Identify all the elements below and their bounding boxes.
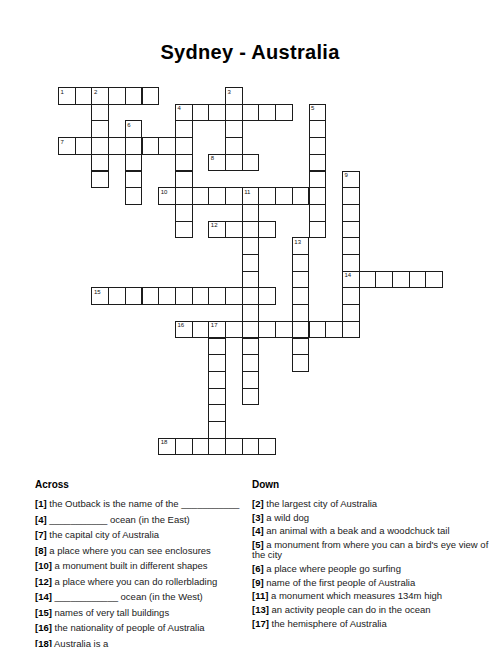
grid-cell-r14c10[interactable]: [225, 321, 243, 339]
clue-text: a monument from where you can a bird's e…: [252, 539, 488, 560]
grid-cell-r7c15[interactable]: [309, 204, 327, 222]
grid-cell-r13c17[interactable]: [342, 304, 360, 322]
grid-cell-r14c16[interactable]: [325, 321, 343, 339]
grid-cell-r12c9[interactable]: [208, 287, 226, 305]
grid-cell-r4c7[interactable]: [175, 154, 193, 172]
grid-cell-r6c17[interactable]: [342, 187, 360, 205]
grid-cell-r1c11[interactable]: [242, 104, 260, 122]
grid-cell-r7c11[interactable]: [242, 204, 260, 222]
grid-cell-r4c15[interactable]: [309, 154, 327, 172]
down-clue: [13] an activity people can do in the oc…: [252, 605, 496, 615]
grid-cell-r21c9[interactable]: [208, 438, 226, 456]
clue-number: [8]: [35, 545, 47, 556]
clue-number: [13]: [252, 604, 269, 615]
grid-cell-r21c8[interactable]: [192, 438, 210, 456]
grid-cell-r14c7[interactable]: 16: [175, 321, 193, 339]
cell-number: 9: [344, 172, 347, 179]
grid-cell-r12c5[interactable]: [142, 287, 160, 305]
grid-cell-r14c9[interactable]: 17: [208, 321, 226, 339]
grid-cell-r5c2[interactable]: [91, 171, 109, 189]
grid-cell-r12c10[interactable]: [225, 287, 243, 305]
clue-text: a wild dog: [264, 512, 309, 523]
grid-cell-r3c7[interactable]: [175, 137, 193, 155]
grid-cell-r21c6[interactable]: 18: [158, 438, 176, 456]
grid-cell-r3c15[interactable]: [309, 137, 327, 155]
grid-cell-r17c9[interactable]: [208, 371, 226, 389]
grid-cell-r1c10[interactable]: [225, 104, 243, 122]
grid-cell-r8c11[interactable]: [242, 221, 260, 239]
down-clue: [4] an animal with a beak and a woodchuc…: [252, 526, 496, 536]
down-clue: [9] name of the first people of Australi…: [252, 578, 496, 588]
grid-cell-r12c3[interactable]: [108, 287, 126, 305]
crossword-grid: 123456789101112131415161718: [58, 87, 444, 457]
across-clue: [15] names of very tall buildings: [35, 608, 251, 624]
clue-number: [4]: [35, 514, 47, 525]
cell-number: 12: [211, 222, 218, 229]
clue-text: the hemisphere of Australia: [269, 618, 387, 629]
grid-cell-r21c7[interactable]: [175, 438, 193, 456]
clue-number: [17]: [252, 618, 269, 629]
grid-cell-r6c8[interactable]: [192, 187, 210, 205]
grid-cell-r18c11[interactable]: [242, 388, 260, 406]
across-clue: [7] the capital city of Australia: [35, 530, 251, 546]
grid-cell-r21c12[interactable]: [258, 438, 276, 456]
cell-number: 18: [161, 439, 168, 446]
grid-cell-r9c11[interactable]: [242, 237, 260, 255]
grid-cell-r10c17[interactable]: [342, 254, 360, 272]
grid-cell-r4c4[interactable]: [125, 154, 143, 172]
grid-cell-r1c2[interactable]: [91, 104, 109, 122]
grid-cell-r3c10[interactable]: [225, 137, 243, 155]
grid-cell-r15c14[interactable]: [292, 338, 310, 356]
down-clue: [6] a place where people go surfing: [252, 564, 496, 574]
cell-number: 8: [211, 155, 214, 162]
cell-number: 11: [244, 189, 250, 196]
grid-cell-r7c7[interactable]: [175, 204, 193, 222]
across-clues-section: Across [1] the Outback is the name of th…: [35, 480, 251, 647]
cell-number: 5: [311, 105, 314, 112]
grid-cell-r9c14[interactable]: 13: [292, 237, 310, 255]
clue-text: an activity people can do in the ocean: [269, 604, 431, 615]
grid-cell-r8c9[interactable]: 12: [208, 221, 226, 239]
grid-cell-r3c4[interactable]: [125, 137, 143, 155]
grid-cell-r18c9[interactable]: [208, 388, 226, 406]
cell-number: 1: [61, 89, 64, 96]
across-clue: [4] ___________ ocean (in the East): [35, 515, 251, 531]
clue-number: [16]: [35, 622, 52, 633]
grid-cell-r0c4[interactable]: [125, 87, 143, 105]
grid-cell-r6c9[interactable]: [208, 187, 226, 205]
grid-cell-r7c17[interactable]: [342, 204, 360, 222]
down-clue: [2] the largest city of Australia: [252, 499, 496, 509]
grid-cell-r3c3[interactable]: [108, 137, 126, 155]
clue-text: the nationality of people of Australia: [52, 622, 205, 633]
page: Sydney - Australia 123456789101112131415…: [0, 0, 500, 647]
cell-number: 3: [228, 89, 231, 96]
clue-number: [12]: [35, 576, 52, 587]
grid-cell-r3c2[interactable]: [91, 137, 109, 155]
clue-text: name of the first people of Australia: [264, 577, 416, 588]
clue-number: [11]: [252, 590, 268, 601]
grid-cell-r2c4[interactable]: 6: [125, 120, 143, 138]
clue-text: names of very tall buildings: [52, 607, 169, 618]
grid-cell-r11c14[interactable]: [292, 271, 310, 289]
across-clue: [12] a place where you can do rollerblad…: [35, 577, 251, 593]
grid-cell-r12c7[interactable]: [175, 287, 193, 305]
grid-cell-r12c8[interactable]: [192, 287, 210, 305]
clue-text: a place where you can see enclosures: [47, 545, 211, 556]
grid-cell-r11c22[interactable]: [425, 271, 443, 289]
grid-cell-r12c12[interactable]: [258, 287, 276, 305]
down-clue: [5] a monument from where you can a bird…: [252, 540, 496, 561]
clue-text: a place where you can do rollerblading: [52, 576, 217, 587]
grid-cell-r6c14[interactable]: [292, 187, 310, 205]
clue-number: [9]: [252, 577, 264, 588]
grid-cell-r21c11[interactable]: [242, 438, 260, 456]
grid-cell-r0c10[interactable]: 3: [225, 87, 243, 105]
grid-cell-r17c11[interactable]: [242, 371, 260, 389]
clue-number: [18]: [35, 638, 52, 647]
grid-cell-r1c13[interactable]: [275, 104, 293, 122]
grid-cell-r6c7[interactable]: [175, 187, 193, 205]
grid-cell-r6c13[interactable]: [275, 187, 293, 205]
grid-cell-r14c17[interactable]: [342, 321, 360, 339]
grid-cell-r0c0[interactable]: 1: [58, 87, 76, 105]
grid-cell-r8c10[interactable]: [225, 221, 243, 239]
grid-cell-r5c4[interactable]: [125, 171, 143, 189]
grid-cell-r14c14[interactable]: [292, 321, 310, 339]
grid-cell-r16c11[interactable]: [242, 354, 260, 372]
grid-cell-r1c15[interactable]: 5: [309, 104, 327, 122]
grid-cell-r8c7[interactable]: [175, 221, 193, 239]
grid-cell-r6c6[interactable]: 10: [158, 187, 176, 205]
grid-cell-r3c6[interactable]: [158, 137, 176, 155]
clue-number: [1]: [35, 498, 47, 509]
grid-cell-r1c8[interactable]: [192, 104, 210, 122]
down-clue: [17] the hemisphere of Australia: [252, 619, 496, 629]
clue-text: a monument which measures 134m high: [268, 590, 442, 601]
grid-cell-r3c5[interactable]: [142, 137, 160, 155]
down-header: Down: [252, 480, 496, 490]
grid-cell-r16c14[interactable]: [292, 354, 310, 372]
grid-cell-r8c17[interactable]: [342, 221, 360, 239]
grid-cell-r4c2[interactable]: [91, 154, 109, 172]
grid-cell-r11c18[interactable]: [359, 271, 377, 289]
cell-number: 7: [61, 139, 64, 146]
grid-cell-r2c7[interactable]: [175, 120, 193, 138]
clue-number: [2]: [252, 498, 264, 509]
grid-cell-r11c19[interactable]: [375, 271, 393, 289]
grid-cell-r12c11[interactable]: [242, 287, 260, 305]
grid-cell-r4c11[interactable]: [242, 154, 260, 172]
clue-number: [7]: [35, 529, 47, 540]
grid-cell-r2c2[interactable]: [91, 120, 109, 138]
cell-number: 17: [211, 322, 218, 329]
grid-cell-r14c12[interactable]: [258, 321, 276, 339]
down-clue: [3] a wild dog: [252, 513, 496, 523]
grid-cell-r10c14[interactable]: [292, 254, 310, 272]
clue-number: [6]: [252, 563, 264, 574]
grid-cell-r6c10[interactable]: [225, 187, 243, 205]
grid-cell-r14c13[interactable]: [275, 321, 293, 339]
across-clue: [1] the Outback is the name of the _____…: [35, 499, 251, 515]
grid-cell-r6c12[interactable]: [258, 187, 276, 205]
across-clue: [16] the nationality of people of Austra…: [35, 623, 251, 639]
grid-cell-r5c15[interactable]: [309, 171, 327, 189]
clue-text: the largest city of Australia: [264, 498, 378, 509]
grid-cell-r12c17[interactable]: [342, 287, 360, 305]
clue-text: a monument built in different shapes: [52, 560, 208, 571]
grid-cell-r0c5[interactable]: [142, 87, 160, 105]
grid-cell-r12c6[interactable]: [158, 287, 176, 305]
down-clue-list: [2] the largest city of Australia[3] a w…: [252, 499, 496, 629]
clue-text: the capital city of Australia: [47, 529, 159, 540]
grid-cell-r9c17[interactable]: [342, 237, 360, 255]
grid-cell-r11c20[interactable]: [392, 271, 410, 289]
grid-cell-r8c15[interactable]: [309, 221, 327, 239]
across-clue: [14] ____________ ocean (in the West): [35, 592, 251, 608]
across-clue: [18] Australia is a _________: [35, 639, 251, 647]
grid-cell-r5c7[interactable]: [175, 171, 193, 189]
grid-cell-r11c17[interactable]: 14: [342, 271, 360, 289]
clue-number: [4]: [252, 525, 264, 536]
grid-cell-r15c9[interactable]: [208, 338, 226, 356]
grid-cell-r6c4[interactable]: [125, 187, 143, 205]
clue-text: the Outback is the name of the _________…: [47, 498, 240, 509]
grid-cell-r2c10[interactable]: [225, 120, 243, 138]
grid-cell-r20c9[interactable]: [208, 421, 226, 439]
cell-number: 10: [161, 189, 168, 196]
grid-cell-r3c1[interactable]: [75, 137, 93, 155]
grid-cell-r12c2[interactable]: 15: [91, 287, 109, 305]
across-clue: [10] a monument built in different shape…: [35, 561, 251, 577]
cell-number: 6: [127, 122, 130, 129]
grid-cell-r11c21[interactable]: [409, 271, 427, 289]
clue-text: Australia is a _________: [52, 638, 159, 647]
grid-cell-r16c9[interactable]: [208, 354, 226, 372]
grid-cell-r13c11[interactable]: [242, 304, 260, 322]
grid-cell-r10c11[interactable]: [242, 254, 260, 272]
down-clues-section: Down [2] the largest city of Australia[3…: [252, 480, 496, 632]
clue-text: an animal with a beak and a woodchuck ta…: [264, 525, 450, 536]
across-clue: [8] a place where you can see enclosures: [35, 546, 251, 562]
grid-cell-r1c12[interactable]: [258, 104, 276, 122]
grid-cell-r14c15[interactable]: [309, 321, 327, 339]
clue-number: [3]: [252, 512, 264, 523]
grid-cell-r1c9[interactable]: [208, 104, 226, 122]
down-clue: [11] a monument which measures 134m high: [252, 591, 496, 601]
grid-cell-r21c10[interactable]: [225, 438, 243, 456]
cell-number: 4: [177, 105, 180, 112]
grid-cell-r6c15[interactable]: [309, 187, 327, 205]
grid-cell-r14c11[interactable]: [242, 321, 260, 339]
clue-number: [14]: [35, 591, 52, 602]
across-header: Across: [35, 480, 251, 490]
clue-text: ___________ ocean (in the East): [47, 514, 190, 525]
grid-cell-r1c7[interactable]: 4: [175, 104, 193, 122]
cell-number: 16: [177, 322, 184, 329]
grid-cell-r0c1[interactable]: [75, 87, 93, 105]
grid-cell-r8c12[interactable]: [258, 221, 276, 239]
clue-number: [15]: [35, 607, 52, 618]
grid-cell-r13c14[interactable]: [292, 304, 310, 322]
grid-cell-r6c11[interactable]: 11: [242, 187, 260, 205]
puzzle-title: Sydney - Australia: [0, 40, 500, 64]
cell-number: 13: [294, 239, 301, 246]
grid-cell-r11c11[interactable]: [242, 271, 260, 289]
clue-text: ____________ ocean (in the West): [52, 591, 203, 602]
grid-cell-r4c10[interactable]: [225, 154, 243, 172]
grid-cell-r3c0[interactable]: 7: [58, 137, 76, 155]
grid-cell-r12c4[interactable]: [125, 287, 143, 305]
cell-number: 15: [94, 289, 101, 296]
grid-cell-r12c14[interactable]: [292, 287, 310, 305]
clue-text: a place where people go surfing: [264, 563, 401, 574]
grid-cell-r0c2[interactable]: 2: [91, 87, 109, 105]
clue-number: [10]: [35, 560, 52, 571]
grid-cell-r14c8[interactable]: [192, 321, 210, 339]
grid-cell-r5c17[interactable]: 9: [342, 171, 360, 189]
across-clue-list: [1] the Outback is the name of the _____…: [35, 499, 251, 647]
grid-cell-r0c3[interactable]: [108, 87, 126, 105]
grid-cell-r19c9[interactable]: [208, 404, 226, 422]
grid-cell-r2c15[interactable]: [309, 120, 327, 138]
grid-cell-r15c11[interactable]: [242, 338, 260, 356]
cell-number: 14: [344, 272, 351, 279]
grid-cell-r4c9[interactable]: 8: [208, 154, 226, 172]
cell-number: 2: [94, 89, 97, 96]
